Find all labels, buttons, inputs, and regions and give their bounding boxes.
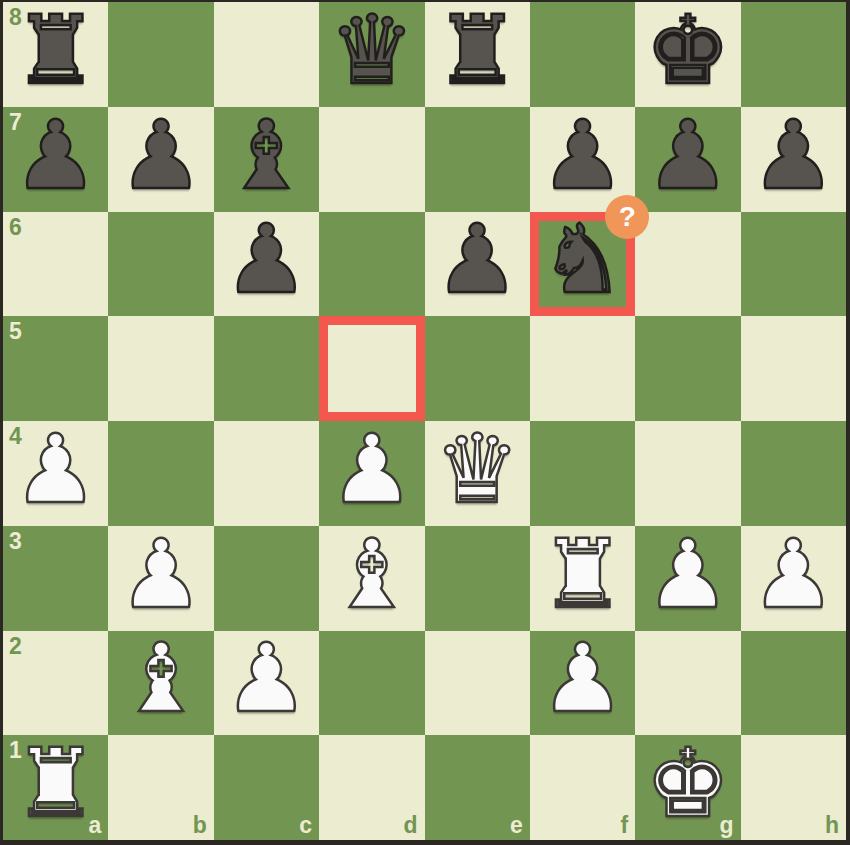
- square-e4[interactable]: ♛: [425, 421, 530, 526]
- piece-white-pawn[interactable]: ♟: [645, 527, 730, 622]
- square-b7[interactable]: ♟: [108, 107, 213, 212]
- piece-black-pawn[interactable]: ♟: [118, 108, 203, 203]
- square-f3[interactable]: ♜: [530, 526, 635, 631]
- rank-label: 2: [9, 635, 22, 658]
- square-b8[interactable]: [108, 2, 213, 107]
- file-label: d: [403, 814, 417, 837]
- piece-white-pawn[interactable]: ♟: [118, 527, 203, 622]
- square-f5[interactable]: [530, 316, 635, 421]
- piece-black-pawn[interactable]: ♟: [435, 212, 520, 307]
- rank-label: 5: [9, 320, 22, 343]
- rank-label: 3: [9, 530, 22, 553]
- square-f6[interactable]: ♞?: [530, 212, 635, 317]
- square-e5[interactable]: [425, 316, 530, 421]
- square-f4[interactable]: [530, 421, 635, 526]
- square-d6[interactable]: [319, 212, 424, 317]
- square-f8[interactable]: [530, 2, 635, 107]
- chess-board: 8♜♛♜♚7♟♟♝♟♟♟6♟♟♞?54♟♟♛3♟♝♜♟♟2♝♟♟1a♜bcdef…: [3, 2, 846, 840]
- square-a3[interactable]: 3: [3, 526, 108, 631]
- square-c4[interactable]: [214, 421, 319, 526]
- square-g2[interactable]: [635, 631, 740, 736]
- square-f1[interactable]: f: [530, 735, 635, 840]
- square-h5[interactable]: [741, 316, 846, 421]
- file-label: h: [825, 814, 839, 837]
- square-d4[interactable]: ♟: [319, 421, 424, 526]
- square-g1[interactable]: g♚: [635, 735, 740, 840]
- piece-white-pawn[interactable]: ♟: [540, 631, 625, 726]
- square-d3[interactable]: ♝: [319, 526, 424, 631]
- square-h1[interactable]: h: [741, 735, 846, 840]
- square-e1[interactable]: e: [425, 735, 530, 840]
- square-g5[interactable]: [635, 316, 740, 421]
- square-a1[interactable]: 1a♜: [3, 735, 108, 840]
- piece-white-pawn[interactable]: ♟: [751, 527, 836, 622]
- piece-black-king[interactable]: ♚: [645, 3, 730, 98]
- square-e3[interactable]: [425, 526, 530, 631]
- square-e6[interactable]: ♟: [425, 212, 530, 317]
- square-b4[interactable]: [108, 421, 213, 526]
- square-c8[interactable]: [214, 2, 319, 107]
- square-c2[interactable]: ♟: [214, 631, 319, 736]
- square-d7[interactable]: [319, 107, 424, 212]
- square-d1[interactable]: d: [319, 735, 424, 840]
- square-h2[interactable]: [741, 631, 846, 736]
- square-d5[interactable]: [319, 316, 424, 421]
- square-b5[interactable]: [108, 316, 213, 421]
- square-c5[interactable]: [214, 316, 319, 421]
- square-a4[interactable]: 4♟: [3, 421, 108, 526]
- chess-board-frame: 8♜♛♜♚7♟♟♝♟♟♟6♟♟♞?54♟♟♛3♟♝♜♟♟2♝♟♟1a♜bcdef…: [0, 0, 850, 845]
- square-g6[interactable]: [635, 212, 740, 317]
- piece-black-pawn[interactable]: ♟: [224, 212, 309, 307]
- square-g7[interactable]: ♟: [635, 107, 740, 212]
- file-label: b: [193, 814, 207, 837]
- square-h6[interactable]: [741, 212, 846, 317]
- square-c6[interactable]: ♟: [214, 212, 319, 317]
- piece-black-knight[interactable]: ♞: [540, 212, 625, 307]
- square-c1[interactable]: c: [214, 735, 319, 840]
- piece-white-bishop[interactable]: ♝: [329, 527, 414, 622]
- square-g4[interactable]: [635, 421, 740, 526]
- square-b2[interactable]: ♝: [108, 631, 213, 736]
- square-e8[interactable]: ♜: [425, 2, 530, 107]
- piece-black-queen[interactable]: ♛: [329, 3, 414, 98]
- rank-label: 6: [9, 216, 22, 239]
- piece-black-rook[interactable]: ♜: [435, 3, 520, 98]
- square-c3[interactable]: [214, 526, 319, 631]
- square-a5[interactable]: 5: [3, 316, 108, 421]
- square-h4[interactable]: [741, 421, 846, 526]
- square-g8[interactable]: ♚: [635, 2, 740, 107]
- piece-black-pawn[interactable]: ♟: [751, 108, 836, 203]
- piece-black-pawn[interactable]: ♟: [645, 108, 730, 203]
- square-a6[interactable]: 6: [3, 212, 108, 317]
- square-a8[interactable]: 8♜: [3, 2, 108, 107]
- file-label: c: [299, 814, 312, 837]
- square-b6[interactable]: [108, 212, 213, 317]
- piece-white-pawn[interactable]: ♟: [224, 631, 309, 726]
- square-a2[interactable]: 2: [3, 631, 108, 736]
- piece-white-pawn[interactable]: ♟: [13, 422, 98, 517]
- square-d2[interactable]: [319, 631, 424, 736]
- square-c7[interactable]: ♝: [214, 107, 319, 212]
- piece-white-queen[interactable]: ♛: [435, 422, 520, 517]
- square-h3[interactable]: ♟: [741, 526, 846, 631]
- square-b1[interactable]: b: [108, 735, 213, 840]
- square-d8[interactable]: ♛: [319, 2, 424, 107]
- file-label: e: [510, 814, 523, 837]
- square-f7[interactable]: ♟: [530, 107, 635, 212]
- square-f2[interactable]: ♟: [530, 631, 635, 736]
- piece-black-pawn[interactable]: ♟: [13, 108, 98, 203]
- piece-white-rook[interactable]: ♜: [13, 736, 98, 831]
- file-label: f: [621, 814, 629, 837]
- piece-black-rook[interactable]: ♜: [13, 3, 98, 98]
- square-a7[interactable]: 7♟: [3, 107, 108, 212]
- square-e2[interactable]: [425, 631, 530, 736]
- piece-white-rook[interactable]: ♜: [540, 527, 625, 622]
- square-g3[interactable]: ♟: [635, 526, 740, 631]
- square-h8[interactable]: [741, 2, 846, 107]
- piece-black-pawn[interactable]: ♟: [540, 108, 625, 203]
- square-b3[interactable]: ♟: [108, 526, 213, 631]
- piece-white-king[interactable]: ♚: [645, 736, 730, 831]
- piece-white-pawn[interactable]: ♟: [329, 422, 414, 517]
- piece-white-bishop[interactable]: ♝: [118, 631, 203, 726]
- square-e7[interactable]: [425, 107, 530, 212]
- piece-black-bishop[interactable]: ♝: [224, 108, 309, 203]
- square-h7[interactable]: ♟: [741, 107, 846, 212]
